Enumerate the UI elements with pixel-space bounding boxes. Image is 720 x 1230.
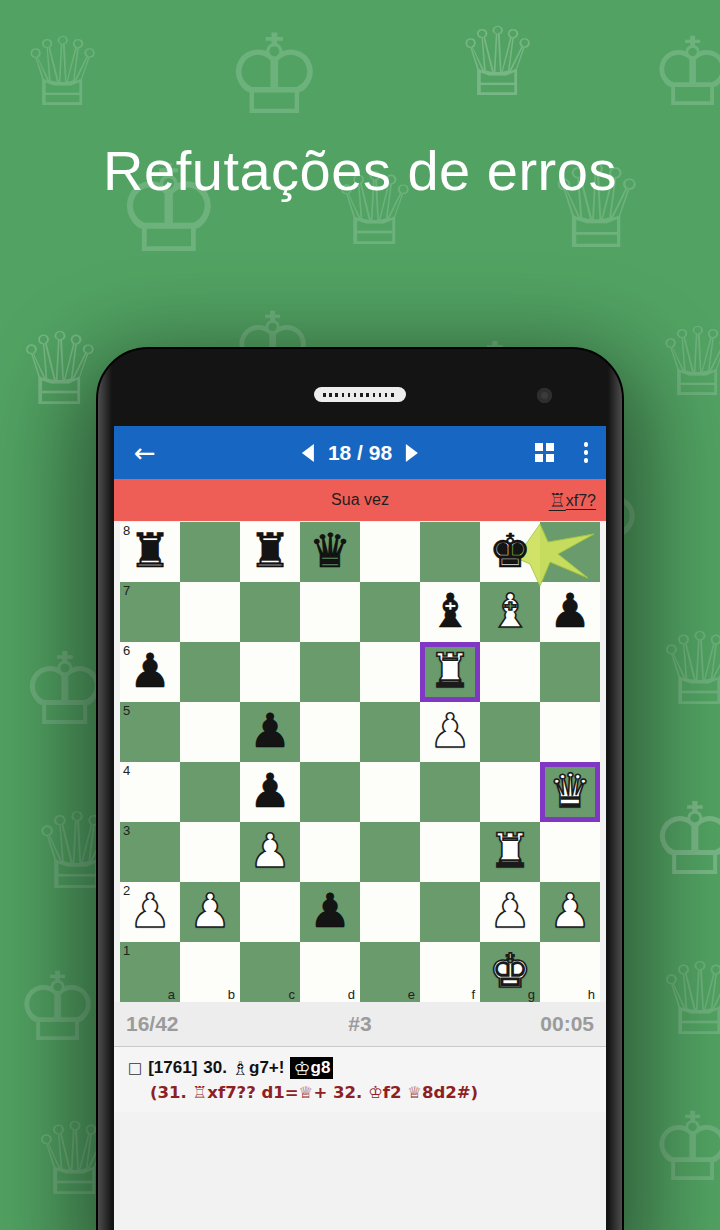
square-e8[interactable] [360, 522, 420, 582]
file-label: g [528, 987, 535, 1002]
wallpaper-chess-icon: ♔ [15, 960, 100, 1055]
square-b3[interactable] [180, 822, 240, 882]
wallpaper-chess-icon: ♔ [225, 20, 324, 130]
variation-line[interactable]: (31. ♖xf7?? d1=♕+ 32. ♔f2 ♕8d2#) [128, 1083, 592, 1102]
toolbar: ← 18 / 98 [114, 426, 606, 479]
square-d4[interactable] [300, 762, 360, 822]
square-e6[interactable] [360, 642, 420, 702]
square-g1[interactable]: g♚ [480, 942, 540, 1002]
rating-tag: [1761] [148, 1058, 197, 1078]
wallpaper-chess-icon: ♔ [650, 1100, 720, 1195]
square-b8[interactable] [180, 522, 240, 582]
wallpaper-chess-icon: ♔ [650, 790, 720, 890]
turn-status-bar: Sua vez ♖xf7? [114, 479, 606, 521]
timer: 00:05 [540, 1012, 594, 1036]
file-label: b [228, 987, 235, 1002]
page-title: Refutações de erros [0, 138, 720, 203]
problem-number: #3 [348, 1012, 371, 1036]
wallpaper-chess-icon: ♕ [655, 950, 720, 1050]
problem-counter: 18 / 98 [328, 441, 392, 465]
tried-move-link[interactable]: ♖xf7? [549, 491, 596, 510]
square-f2[interactable] [420, 882, 480, 942]
phone-camera [537, 388, 552, 403]
square-c1[interactable]: c [240, 942, 300, 1002]
square-h5[interactable] [540, 702, 600, 762]
white-bishop[interactable]: ♝ [480, 582, 540, 642]
main-line[interactable]: □ [1761] 30. ♗ g7+! ♔ g8 [128, 1057, 592, 1079]
black-pawn[interactable]: ♟ [300, 882, 360, 942]
progress-bar: 16/42 #3 00:05 [114, 1002, 606, 1047]
back-icon[interactable]: ← [128, 438, 162, 468]
square-a1[interactable]: 1a [120, 942, 180, 1002]
square-a8[interactable]: 8♜ [120, 522, 180, 582]
bishop-figurine-icon: ♗ [232, 1057, 249, 1079]
square-c7[interactable] [240, 582, 300, 642]
square-a5[interactable]: 5 [120, 702, 180, 762]
square-g6[interactable] [480, 642, 540, 702]
square-e7[interactable] [360, 582, 420, 642]
square-d2[interactable]: ♟ [300, 882, 360, 942]
white-pawn[interactable]: ♟ [420, 702, 480, 762]
square-f7[interactable]: ♝ [420, 582, 480, 642]
square-d3[interactable] [300, 822, 360, 882]
overflow-menu-icon[interactable] [580, 440, 593, 465]
white-rook[interactable]: ♜ [480, 822, 540, 882]
rank-label: 1 [123, 943, 130, 958]
score-counter: 16/42 [126, 1012, 179, 1036]
phone-speaker [314, 387, 406, 402]
square-c5[interactable]: ♟ [240, 702, 300, 762]
wallpaper-chess-icon: ♕ [655, 620, 720, 720]
square-d1[interactable]: d [300, 942, 360, 1002]
white-pawn[interactable]: ♟ [180, 882, 240, 942]
file-label: d [348, 987, 355, 1002]
file-label: a [168, 987, 175, 1002]
move-number: 30. [203, 1058, 227, 1078]
rank-label: 6 [123, 643, 130, 658]
square-h6[interactable] [540, 642, 600, 702]
rank-label: 3 [123, 823, 130, 838]
square-c2[interactable] [240, 882, 300, 942]
square-g7[interactable]: ♝ [480, 582, 540, 642]
square-a6[interactable]: 6♟ [120, 642, 180, 702]
wallpaper-chess-icon: ♕ [15, 320, 105, 420]
square-d6[interactable] [300, 642, 360, 702]
black-king[interactable]: ♚ [480, 522, 540, 582]
square-e3[interactable] [360, 822, 420, 882]
wallpaper-chess-icon: ♕ [655, 315, 720, 410]
square-a7[interactable]: 7 [120, 582, 180, 642]
square-d7[interactable] [300, 582, 360, 642]
square-b7[interactable] [180, 582, 240, 642]
move-notation-panel: □ [1761] 30. ♗ g7+! ♔ g8 (31. ♖xf7?? d1=… [114, 1047, 606, 1112]
square-b6[interactable] [180, 642, 240, 702]
rank-label: 7 [123, 583, 130, 598]
wallpaper-chess-icon: ♔ [650, 25, 720, 120]
square-h4[interactable]: ♛ [540, 762, 600, 822]
black-queen[interactable]: ♛ [300, 522, 360, 582]
square-a4[interactable]: 4 [120, 762, 180, 822]
black-pawn[interactable]: ♟ [540, 582, 600, 642]
square-e5[interactable] [360, 702, 420, 762]
square-f5[interactable]: ♟ [420, 702, 480, 762]
file-label: h [588, 987, 595, 1002]
square-c8[interactable]: ♜ [240, 522, 300, 582]
square-e4[interactable] [360, 762, 420, 822]
square-g8[interactable]: ♚ [480, 522, 540, 582]
square-d8[interactable]: ♛ [300, 522, 360, 582]
white-move-text: g7+! [249, 1058, 284, 1078]
square-g3[interactable]: ♜ [480, 822, 540, 882]
square-b1[interactable]: b [180, 942, 240, 1002]
rook-figurine-icon: ♖ [549, 491, 566, 510]
square-a3[interactable]: 3 [120, 822, 180, 882]
phone-frame: ← 18 / 98 Sua vez ♖xf7? 8♜♜♛♚7♝♝♟6♟♜5♟♟4… [96, 347, 624, 1230]
square-h3[interactable] [540, 822, 600, 882]
square-h1[interactable]: h [540, 942, 600, 1002]
square-g2[interactable]: ♟ [480, 882, 540, 942]
square-e2[interactable] [360, 882, 420, 942]
wallpaper-chess-icon: ♕ [455, 15, 540, 110]
square-f3[interactable] [420, 822, 480, 882]
turn-message: Sua vez [331, 491, 389, 509]
square-f6[interactable]: ♜ [420, 642, 480, 702]
current-move-highlight[interactable]: ♔ g8 [290, 1057, 333, 1079]
next-problem-icon[interactable] [406, 444, 418, 462]
white-pawn[interactable]: ♟ [540, 882, 600, 942]
file-label: c [289, 987, 296, 1002]
square-c3[interactable]: ♟ [240, 822, 300, 882]
square-h7[interactable]: ♟ [540, 582, 600, 642]
black-rook[interactable]: ♜ [240, 522, 300, 582]
square-f1[interactable]: f [420, 942, 480, 1002]
square-f4[interactable] [420, 762, 480, 822]
black-bishop[interactable]: ♝ [420, 582, 480, 642]
rank-label: 2 [123, 883, 130, 898]
square-a2[interactable]: 2♟ [120, 882, 180, 942]
white-rook[interactable]: ♜ [420, 642, 480, 702]
white-pawn[interactable]: ♟ [240, 822, 300, 882]
wallpaper-chess-icon: ♕ [20, 25, 105, 120]
app-screen: ← 18 / 98 Sua vez ♖xf7? 8♜♜♛♚7♝♝♟6♟♜5♟♟4… [114, 426, 606, 1230]
white-queen[interactable]: ♛ [540, 762, 600, 822]
king-figurine-icon: ♔ [293, 1057, 310, 1079]
square-d5[interactable] [300, 702, 360, 762]
black-pawn[interactable]: ♟ [240, 702, 300, 762]
file-label: e [408, 987, 415, 1002]
problem-pager: 18 / 98 [302, 426, 418, 479]
square-c4[interactable]: ♟ [240, 762, 300, 822]
chess-board-area: 8♜♜♛♚7♝♝♟6♟♜5♟♟4♟♛3♟♜2♟♟♟♟♟1abcdefg♚h [120, 522, 600, 1002]
square-b5[interactable] [180, 702, 240, 762]
chess-board[interactable]: 8♜♜♛♚7♝♝♟6♟♜5♟♟4♟♛3♟♜2♟♟♟♟♟1abcdefg♚h [120, 522, 600, 1002]
grid-view-icon[interactable] [535, 443, 554, 462]
current-move-text: g8 [311, 1058, 331, 1078]
white-pawn[interactable]: ♟ [480, 882, 540, 942]
square-e1[interactable]: e [360, 942, 420, 1002]
square-g4[interactable] [480, 762, 540, 822]
white-to-move-icon: □ [128, 1059, 142, 1077]
black-pawn[interactable]: ♟ [240, 762, 300, 822]
square-f8[interactable] [420, 522, 480, 582]
square-c6[interactable] [240, 642, 300, 702]
square-h2[interactable]: ♟ [540, 882, 600, 942]
file-label: f [471, 987, 475, 1002]
rank-label: 4 [123, 763, 130, 778]
square-g5[interactable] [480, 702, 540, 762]
square-b4[interactable] [180, 762, 240, 822]
prev-problem-icon[interactable] [302, 444, 314, 462]
square-b2[interactable]: ♟ [180, 882, 240, 942]
rank-label: 5 [123, 703, 130, 718]
rank-label: 8 [123, 523, 130, 538]
